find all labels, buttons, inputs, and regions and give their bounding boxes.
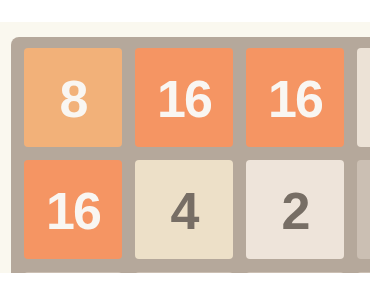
tile-grid: 816161642 (24, 48, 370, 273)
empty-cell-r3c2 (135, 272, 233, 273)
tile-value: 16 (268, 70, 322, 125)
empty-cell-r2c4 (357, 160, 370, 259)
tile-value: 16 (46, 182, 100, 237)
tile-16-r1c2: 16 (135, 48, 233, 147)
game-board-2048[interactable]: 816161642 (11, 37, 370, 273)
screenshot-canvas: 816161642 (0, 0, 370, 297)
tile-value: 16 (157, 70, 211, 125)
page-background: 816161642 (0, 22, 370, 273)
empty-cell-r3c1 (24, 272, 122, 273)
empty-cell-r3c4 (357, 272, 370, 273)
empty-cell-r3c3 (246, 272, 344, 273)
partial-tile-r1c4 (357, 48, 370, 147)
tile-value: 2 (282, 182, 309, 237)
tile-value: 4 (171, 182, 198, 237)
tile-16-r1c3: 16 (246, 48, 344, 147)
tile-16-r2c1: 16 (24, 160, 122, 259)
tile-value: 8 (60, 70, 87, 125)
tile-8-r1c1: 8 (24, 48, 122, 147)
tile-2-r2c3: 2 (246, 160, 344, 259)
tile-4-r2c2: 4 (135, 160, 233, 259)
